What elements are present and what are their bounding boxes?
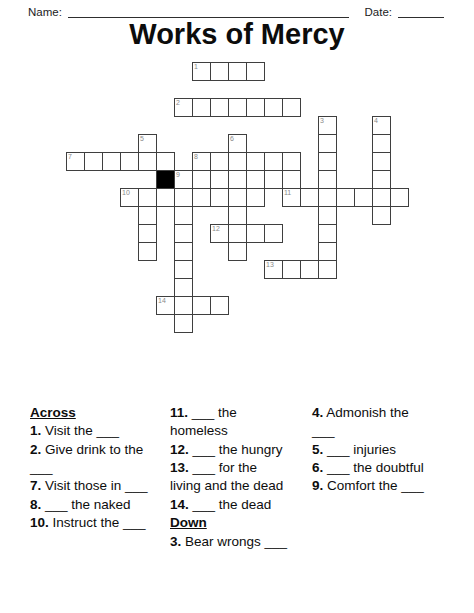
clue-number: 7 <box>68 153 72 161</box>
name-label: Name: <box>28 6 62 18</box>
clue-number: 6 <box>230 135 234 143</box>
grid-cell[interactable] <box>264 98 283 117</box>
grid-cell[interactable] <box>228 152 247 171</box>
grid-cell[interactable]: 6 <box>228 134 247 153</box>
clue-item: 14. ___ the dead <box>170 496 290 514</box>
grid-cell[interactable]: 8 <box>192 152 211 171</box>
grid-cell[interactable] <box>174 296 193 315</box>
grid-cell[interactable] <box>372 188 391 207</box>
worksheet-page: Name: Date: Works of Mercy 1234567891011… <box>0 0 474 613</box>
grid-cell[interactable] <box>138 152 157 171</box>
grid-cell[interactable] <box>228 170 247 189</box>
clue-item: 1. Visit the ___ <box>30 422 152 440</box>
across-header: Across <box>30 404 152 422</box>
clue-number: 5 <box>140 135 144 143</box>
grid-cell[interactable]: 13 <box>264 260 283 279</box>
grid-cell[interactable] <box>228 224 247 243</box>
grid-cell[interactable] <box>228 242 247 261</box>
clue-item: 9. Comfort the ___ <box>312 477 426 495</box>
grid-cell[interactable] <box>210 296 229 315</box>
clue-number: 14 <box>158 297 166 305</box>
across-clues-part2: 11. ___ the homeless12. ___ the hungry13… <box>170 404 290 514</box>
down-clues-part2: 4. Admonish the ___5. ___ injuries6. ___… <box>312 404 426 496</box>
clue-number: 11 <box>284 189 291 197</box>
clue-number: 2 <box>176 99 180 107</box>
clue-number: 13 <box>266 261 274 269</box>
grid-cell[interactable]: 14 <box>156 296 175 315</box>
down-header: Down <box>170 514 290 532</box>
grid-cell[interactable] <box>300 260 319 279</box>
clue-number: 3 <box>320 117 324 125</box>
grid-cell[interactable] <box>318 188 337 207</box>
grid-cell[interactable] <box>138 224 157 243</box>
grid-cell[interactable] <box>210 152 229 171</box>
grid-cell[interactable] <box>120 152 139 171</box>
clue-item: 11. ___ the homeless <box>170 404 290 441</box>
grid-cell[interactable] <box>318 242 337 261</box>
worksheet-header: Name: Date: <box>28 6 444 18</box>
grid-cell[interactable] <box>282 152 301 171</box>
grid-cell[interactable]: 11 <box>282 188 301 207</box>
clue-column-left: Across 1. Visit the ___2. Give drink to … <box>30 404 152 533</box>
clue-number: 8 <box>194 153 198 161</box>
name-blank-line[interactable] <box>68 6 349 18</box>
clue-number: 12 <box>212 225 220 233</box>
grid-cell[interactable] <box>210 62 229 81</box>
grid-cell[interactable] <box>246 224 265 243</box>
clue-number: 4 <box>374 117 378 125</box>
grid-cell[interactable]: 12 <box>210 224 229 243</box>
clue-item: 10. Instruct the ___ <box>30 514 152 532</box>
grid-cell[interactable] <box>336 188 355 207</box>
grid-cell[interactable] <box>246 98 265 117</box>
grid-cell[interactable] <box>372 152 391 171</box>
clue-number: 1 <box>194 63 198 71</box>
grid-cell[interactable] <box>138 206 157 225</box>
grid-cell[interactable] <box>246 188 265 207</box>
grid-cell[interactable] <box>318 206 337 225</box>
down-clues-part1: 3. Bear wrongs ___ <box>170 533 290 551</box>
black-cell <box>156 170 175 189</box>
grid-cell[interactable] <box>318 134 337 153</box>
grid-cell[interactable] <box>228 206 247 225</box>
clue-column-right: 4. Admonish the ___5. ___ injuries6. ___… <box>312 404 426 496</box>
grid-cell[interactable] <box>372 134 391 153</box>
crossword-grid: 1234567891011121314 <box>66 62 409 333</box>
clue-item: 13. ___ for the living and the dead <box>170 459 290 496</box>
clue-item: 2. Give drink to the ___ <box>30 441 152 478</box>
clue-item: 4. Admonish the ___ <box>312 404 426 441</box>
clue-item: 12. ___ the hungry <box>170 441 290 459</box>
clue-number: 10 <box>122 189 130 197</box>
grid-cell[interactable] <box>84 152 103 171</box>
grid-cell[interactable] <box>264 152 283 171</box>
grid-cell[interactable] <box>246 62 265 81</box>
date-blank-line[interactable] <box>398 6 444 18</box>
grid-cell[interactable]: 1 <box>192 62 211 81</box>
grid-cell[interactable] <box>192 296 211 315</box>
grid-cell[interactable] <box>390 188 409 207</box>
grid-cell[interactable] <box>174 314 193 333</box>
grid-cell[interactable]: 10 <box>120 188 139 207</box>
grid-cell[interactable] <box>372 206 391 225</box>
grid-cell[interactable] <box>318 152 337 171</box>
grid-cell[interactable] <box>282 260 301 279</box>
grid-cell[interactable] <box>174 278 193 297</box>
grid-cell[interactable] <box>282 170 301 189</box>
grid-cell[interactable] <box>372 170 391 189</box>
across-clues-part1: 1. Visit the ___2. Give drink to the ___… <box>30 422 152 532</box>
grid-cell[interactable] <box>228 188 247 207</box>
grid-cell[interactable]: 4 <box>372 116 391 135</box>
grid-cell[interactable] <box>318 170 337 189</box>
grid-cell[interactable] <box>354 188 373 207</box>
clue-column-middle: 11. ___ the homeless12. ___ the hungry13… <box>170 404 290 551</box>
grid-cell[interactable] <box>138 188 157 207</box>
grid-cell[interactable] <box>138 242 157 261</box>
grid-cell[interactable] <box>318 260 337 279</box>
date-label: Date: <box>365 6 393 18</box>
grid-cell[interactable] <box>174 224 193 243</box>
grid-cell[interactable] <box>228 98 247 117</box>
grid-cell[interactable] <box>156 188 175 207</box>
grid-cell[interactable] <box>246 152 265 171</box>
clue-item: 6. ___ the doubtful <box>312 459 426 477</box>
grid-cell[interactable] <box>300 188 319 207</box>
grid-cell[interactable] <box>210 188 229 207</box>
grid-cell[interactable] <box>264 224 283 243</box>
grid-cell[interactable] <box>246 170 265 189</box>
grid-cell[interactable] <box>156 152 175 171</box>
grid-cell[interactable] <box>174 260 193 279</box>
grid-cell[interactable] <box>174 206 193 225</box>
grid-cell[interactable] <box>192 98 211 117</box>
grid-cell[interactable]: 5 <box>138 134 157 153</box>
grid-cell[interactable] <box>282 98 301 117</box>
grid-cell[interactable] <box>264 170 283 189</box>
clue-item: 7. Visit those in ___ <box>30 477 152 495</box>
puzzle-title: Works of Mercy <box>0 18 474 51</box>
clue-item: 8. ___ the naked <box>30 496 152 514</box>
grid-cell[interactable]: 2 <box>174 98 193 117</box>
grid-cell[interactable] <box>192 188 211 207</box>
clue-number: 9 <box>176 171 180 179</box>
grid-cell[interactable] <box>318 224 337 243</box>
grid-cell[interactable] <box>174 242 193 261</box>
grid-cell[interactable] <box>102 152 121 171</box>
grid-cell[interactable]: 3 <box>318 116 337 135</box>
grid-cell[interactable] <box>192 170 211 189</box>
grid-cell[interactable] <box>210 170 229 189</box>
grid-cell[interactable] <box>228 62 247 81</box>
grid-cell[interactable] <box>210 98 229 117</box>
clue-item: 3. Bear wrongs ___ <box>170 533 290 551</box>
grid-cell[interactable]: 7 <box>66 152 85 171</box>
grid-cell[interactable]: 9 <box>174 170 193 189</box>
clue-item: 5. ___ injuries <box>312 441 426 459</box>
grid-cell[interactable] <box>174 188 193 207</box>
